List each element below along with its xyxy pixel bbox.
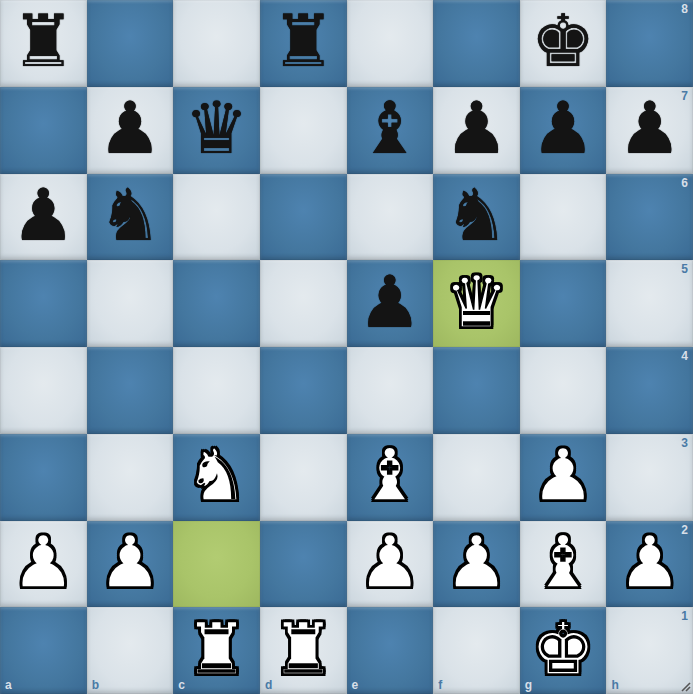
square-e1[interactable]: e <box>347 607 434 694</box>
square-g8[interactable]: ♚ <box>520 0 607 87</box>
black-queen[interactable]: ♛ <box>184 85 249 171</box>
file-label-e: e <box>352 679 359 691</box>
square-a2[interactable]: ♟ <box>0 521 87 608</box>
square-f6[interactable]: ♞ <box>433 174 520 261</box>
square-g4[interactable] <box>520 347 607 434</box>
square-f3[interactable] <box>433 434 520 521</box>
square-h5[interactable]: 5 <box>606 260 693 347</box>
white-king[interactable]: ♚ <box>531 606 596 692</box>
square-b4[interactable] <box>87 347 174 434</box>
square-g2[interactable]: ♝ <box>520 521 607 608</box>
square-c2[interactable] <box>173 521 260 608</box>
square-c8[interactable] <box>173 0 260 87</box>
square-b2[interactable]: ♟ <box>87 521 174 608</box>
square-b7[interactable]: ♟ <box>87 87 174 174</box>
black-rook[interactable]: ♜ <box>271 0 336 84</box>
square-d4[interactable] <box>260 347 347 434</box>
square-d8[interactable]: ♜ <box>260 0 347 87</box>
file-label-b: b <box>92 679 99 691</box>
black-knight[interactable]: ♞ <box>98 172 163 258</box>
square-c6[interactable] <box>173 174 260 261</box>
square-c1[interactable]: ♜c <box>173 607 260 694</box>
square-d7[interactable] <box>260 87 347 174</box>
black-rook[interactable]: ♜ <box>11 0 76 84</box>
square-g1[interactable]: ♚g <box>520 607 607 694</box>
white-pawn[interactable]: ♟ <box>358 519 423 605</box>
square-a8[interactable]: ♜ <box>0 0 87 87</box>
square-d5[interactable] <box>260 260 347 347</box>
square-g3[interactable]: ♟ <box>520 434 607 521</box>
rank-label-7: 7 <box>681 90 688 102</box>
square-d1[interactable]: ♜d <box>260 607 347 694</box>
square-h3[interactable]: 3 <box>606 434 693 521</box>
square-a4[interactable] <box>0 347 87 434</box>
square-e3[interactable]: ♝ <box>347 434 434 521</box>
rank-label-2: 2 <box>681 524 688 536</box>
square-f5[interactable]: ♛ <box>433 260 520 347</box>
square-a3[interactable] <box>0 434 87 521</box>
square-a5[interactable] <box>0 260 87 347</box>
square-d6[interactable] <box>260 174 347 261</box>
square-e4[interactable] <box>347 347 434 434</box>
square-b5[interactable] <box>87 260 174 347</box>
square-f2[interactable]: ♟ <box>433 521 520 608</box>
square-b1[interactable]: b <box>87 607 174 694</box>
black-pawn[interactable]: ♟ <box>617 85 682 171</box>
square-c4[interactable] <box>173 347 260 434</box>
black-bishop[interactable]: ♝ <box>358 85 423 171</box>
square-e2[interactable]: ♟ <box>347 521 434 608</box>
black-pawn[interactable]: ♟ <box>444 85 509 171</box>
square-c3[interactable]: ♞ <box>173 434 260 521</box>
square-f4[interactable] <box>433 347 520 434</box>
white-pawn[interactable]: ♟ <box>617 519 682 605</box>
square-a6[interactable]: ♟ <box>0 174 87 261</box>
file-label-a: a <box>5 679 12 691</box>
square-b8[interactable] <box>87 0 174 87</box>
square-e6[interactable] <box>347 174 434 261</box>
square-h6[interactable]: 6 <box>606 174 693 261</box>
square-g7[interactable]: ♟ <box>520 87 607 174</box>
black-knight[interactable]: ♞ <box>444 172 509 258</box>
square-f1[interactable]: f <box>433 607 520 694</box>
square-b3[interactable] <box>87 434 174 521</box>
resize-handle-icon[interactable] <box>676 677 692 693</box>
square-h4[interactable]: 4 <box>606 347 693 434</box>
board-grid: ♜♜♚8♟♛♝♟♟♟7♟♞♞6♟♛54♞♝♟3♟♟♟♟♝♟2ab♜c♜def♚g… <box>0 0 693 694</box>
black-pawn[interactable]: ♟ <box>531 85 596 171</box>
square-e5[interactable]: ♟ <box>347 260 434 347</box>
square-e8[interactable] <box>347 0 434 87</box>
square-h7[interactable]: ♟7 <box>606 87 693 174</box>
white-pawn[interactable]: ♟ <box>444 519 509 605</box>
square-d3[interactable] <box>260 434 347 521</box>
white-rook[interactable]: ♜ <box>184 606 249 692</box>
square-c5[interactable] <box>173 260 260 347</box>
square-b6[interactable]: ♞ <box>87 174 174 261</box>
black-pawn[interactable]: ♟ <box>98 85 163 171</box>
white-knight[interactable]: ♞ <box>184 432 249 518</box>
white-pawn[interactable]: ♟ <box>98 519 163 605</box>
rank-label-4: 4 <box>681 350 688 362</box>
square-h8[interactable]: 8 <box>606 0 693 87</box>
chess-board: ♜♜♚8♟♛♝♟♟♟7♟♞♞6♟♛54♞♝♟3♟♟♟♟♝♟2ab♜c♜def♚g… <box>0 0 693 694</box>
black-king[interactable]: ♚ <box>531 0 596 84</box>
white-rook[interactable]: ♜ <box>271 606 336 692</box>
rank-label-5: 5 <box>681 263 688 275</box>
square-e7[interactable]: ♝ <box>347 87 434 174</box>
square-c7[interactable]: ♛ <box>173 87 260 174</box>
black-pawn[interactable]: ♟ <box>11 172 76 258</box>
rank-label-1: 1 <box>681 610 688 622</box>
white-bishop[interactable]: ♝ <box>531 519 596 605</box>
white-pawn[interactable]: ♟ <box>531 432 596 518</box>
rank-label-8: 8 <box>681 3 688 15</box>
square-a1[interactable]: a <box>0 607 87 694</box>
black-pawn[interactable]: ♟ <box>358 259 423 345</box>
white-bishop[interactable]: ♝ <box>358 432 423 518</box>
square-g6[interactable] <box>520 174 607 261</box>
square-a7[interactable] <box>0 87 87 174</box>
white-pawn[interactable]: ♟ <box>11 519 76 605</box>
white-queen[interactable]: ♛ <box>444 259 509 345</box>
square-d2[interactable] <box>260 521 347 608</box>
rank-label-6: 6 <box>681 177 688 189</box>
file-label-f: f <box>438 679 442 691</box>
square-g5[interactable] <box>520 260 607 347</box>
file-label-h: h <box>611 679 618 691</box>
square-f8[interactable] <box>433 0 520 87</box>
square-f7[interactable]: ♟ <box>433 87 520 174</box>
square-h2[interactable]: ♟2 <box>606 521 693 608</box>
rank-label-3: 3 <box>681 437 688 449</box>
